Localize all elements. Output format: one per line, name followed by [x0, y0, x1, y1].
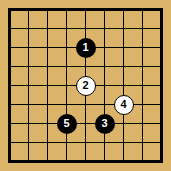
move-number-label: 5	[63, 118, 69, 129]
vertical-gridline	[123, 11, 124, 160]
stone-white-4: 4	[114, 95, 134, 115]
horizontal-gridline	[11, 123, 160, 124]
vertical-gridline	[142, 11, 143, 160]
move-number-label: 3	[101, 118, 107, 129]
move-number-label: 1	[82, 42, 88, 53]
horizontal-gridline	[11, 142, 160, 143]
stone-white-2: 2	[76, 76, 96, 96]
stone-black-3: 3	[95, 114, 115, 134]
move-number-label: 2	[82, 80, 88, 91]
go-board: 12345	[0, 0, 171, 171]
move-number-label: 4	[120, 99, 126, 110]
stone-black-5: 5	[57, 114, 77, 134]
horizontal-gridline	[11, 104, 160, 105]
vertical-gridline	[104, 11, 105, 160]
stone-black-1: 1	[76, 38, 96, 58]
